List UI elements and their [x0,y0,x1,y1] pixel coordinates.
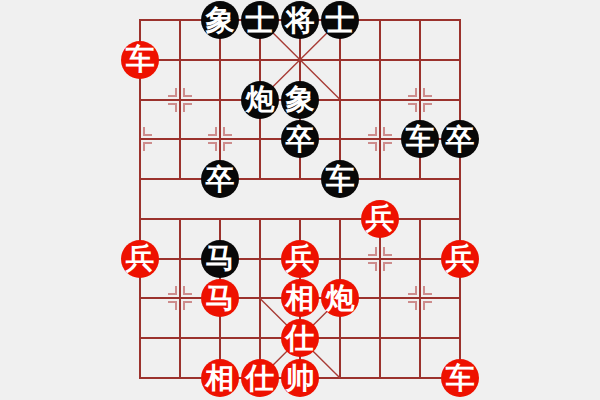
piece-red-horse[interactable]: 马 [201,279,239,317]
piece-black-pawn[interactable]: 卒 [441,120,479,158]
piece-red-advisor[interactable]: 仕 [241,359,279,397]
piece-red-chariot[interactable]: 车 [441,359,479,397]
piece-black-advisor[interactable]: 士 [241,1,279,39]
piece-red-pawn[interactable]: 兵 [441,240,479,278]
piece-red-pawn[interactable]: 兵 [281,240,319,278]
piece-red-elephant[interactable]: 相 [281,279,319,317]
piece-red-pawn[interactable]: 兵 [361,200,399,238]
piece-black-cannon[interactable]: 炮 [241,81,279,119]
piece-red-elephant[interactable]: 相 [201,359,239,397]
piece-black-chariot[interactable]: 车 [321,160,359,198]
piece-black-pawn[interactable]: 卒 [201,160,239,198]
piece-red-general[interactable]: 帅 [281,359,319,397]
piece-red-pawn[interactable]: 兵 [121,240,159,278]
piece-black-elephant[interactable]: 象 [281,81,319,119]
piece-red-advisor[interactable]: 仕 [281,319,319,357]
piece-red-chariot[interactable]: 车 [121,41,159,79]
piece-black-advisor[interactable]: 士 [321,1,359,39]
piece-black-horse[interactable]: 马 [201,240,239,278]
piece-red-cannon[interactable]: 炮 [321,279,359,317]
xiangqi-app: 象士将士车炮象卒车卒卒车兵兵马兵兵马相炮仕相仕帅车 [0,0,600,400]
piece-black-general[interactable]: 将 [281,1,319,39]
piece-black-chariot[interactable]: 车 [401,120,439,158]
piece-black-elephant[interactable]: 象 [201,1,239,39]
piece-black-pawn[interactable]: 卒 [281,120,319,158]
